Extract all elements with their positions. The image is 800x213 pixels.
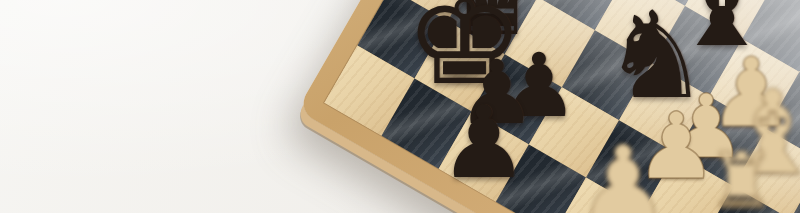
board-grid [324, 0, 800, 213]
chess-board [297, 0, 800, 213]
chessboard-photo-scene: ♛♚♟♟♟♞♝♟♟♟♟♝♜ [0, 0, 800, 213]
